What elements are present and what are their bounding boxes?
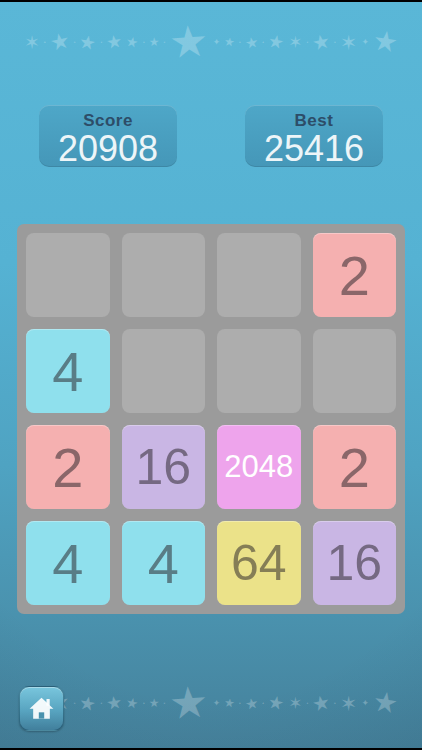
star-icon: ✶ [288,34,302,51]
cell-r3c2: 16 [122,425,206,509]
star-icon: • [239,701,241,706]
star-icon: ✶ [288,695,302,712]
star-icon: • [239,40,241,45]
tile-4: 4 [122,521,206,605]
star-icon: ✦ [213,38,221,47]
star-icon: • [163,40,165,45]
star-icon: • [143,40,145,45]
star-icon: • [44,39,46,45]
star-icon: • [143,701,145,706]
star-icon: ★ [149,36,160,48]
top-edge-bar [0,0,422,2]
home-button[interactable] [19,686,64,731]
star-icon: ✶ [340,32,358,53]
star-icon: ★ [78,31,98,53]
star-icon: ✶ [24,33,40,52]
star-band-top: ✶•★•★•★★•★•★✦★•★•★✶•★•✶✦★ [0,20,422,64]
score-box: Score 20908 [39,105,177,167]
cell-r3c4: 2 [313,425,397,509]
cell-r1c4: 2 [313,233,397,317]
cell-r3c1: 2 [26,425,110,509]
star-icon: ★ [310,30,332,53]
star-icon: • [74,40,76,45]
star-icon: ★ [267,693,286,714]
star-icon: ★ [371,26,400,57]
tile-4: 4 [26,329,110,413]
cell-r2c3 [217,329,301,413]
cell-r1c3 [217,233,301,317]
star-icon: ★ [168,681,210,725]
cell-r2c1: 4 [26,329,110,413]
star-icon: • [334,701,336,706]
tile-64: 64 [217,521,301,605]
cell-r4c1: 4 [26,521,110,605]
star-icon: • [262,701,264,706]
score-panel: Score 20908 Best 25416 [0,105,422,167]
star-icon: • [100,40,102,45]
score-value: 20908 [58,131,158,167]
star-icon: ★ [149,697,160,709]
star-icon: ★ [125,34,140,50]
star-icon: ✶ [340,693,358,714]
star-icon: ★ [48,29,72,55]
cell-r4c4: 16 [313,521,397,605]
tile-4: 4 [26,521,110,605]
cell-r3c3: 2048 [217,425,301,509]
star-icon: ★ [244,694,260,711]
home-icon [28,695,55,722]
star-icon: • [74,701,76,706]
tile-2: 2 [313,233,397,317]
cell-r4c3: 64 [217,521,301,605]
star-icon: ★ [125,695,140,711]
star-icon: ★ [105,32,123,52]
star-icon: • [334,40,336,45]
best-value: 25416 [264,131,364,167]
best-box: Best 25416 [245,105,383,167]
star-icon: ✦ [361,38,369,47]
star-icon: ★ [371,687,400,718]
cell-r4c2: 4 [122,521,206,605]
star-icon: ★ [310,691,332,714]
tile-2: 2 [313,425,397,509]
star-icon: ✦ [361,699,369,708]
star-icon: ★ [78,692,98,714]
star-icon: ★ [267,32,286,53]
tile-2048: 2048 [217,425,301,509]
tile-2: 2 [26,425,110,509]
board[interactable]: 2421620482446416 [17,224,405,614]
cell-r1c1 [26,233,110,317]
star-icon: • [262,40,264,45]
star-icon: • [306,701,308,706]
tile-16: 16 [122,425,206,509]
star-icon: ✦ [213,699,221,708]
star-icon: ★ [223,35,235,48]
star-icon: ★ [105,693,123,713]
star-icon: • [163,701,165,706]
cell-r2c4 [313,329,397,413]
star-icon: • [100,701,102,706]
star-icon: • [306,40,308,45]
screen: ✶•★•★•★★•★•★✦★•★•★✶•★•✶✦★ Score 20908 Be… [0,0,422,750]
star-icon: ★ [223,696,235,709]
star-icon: ★ [168,20,210,64]
cell-r1c2 [122,233,206,317]
cell-r2c2 [122,329,206,413]
tile-16: 16 [313,521,397,605]
star-icon: ★ [244,33,260,50]
